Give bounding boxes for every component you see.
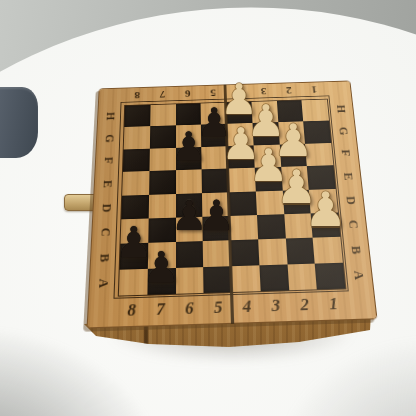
scene: HGFEDCBA HGFEDCBA 87654321 87654321 ♟♟♟♟…	[0, 0, 416, 416]
black-pawn-a7[interactable]: ♟	[142, 247, 180, 289]
black-pawn-f6[interactable]: ♟	[171, 127, 206, 166]
pieces-layer: ♟♟♟♟♟♟♟♟♟♟♟♟♟	[0, 0, 416, 416]
black-pawn-c5[interactable]: ♟	[198, 195, 235, 237]
white-pawn-c1[interactable]: ♟	[304, 186, 347, 234]
